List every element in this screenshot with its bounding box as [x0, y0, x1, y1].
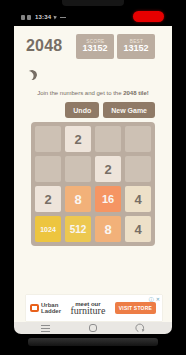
board[interactable]: 2228164102451284	[31, 122, 155, 246]
ad-brand-name: Urban Ladder	[41, 302, 61, 315]
empty-cell	[65, 156, 91, 182]
status-bar: 13:34	[14, 8, 172, 26]
score-panel: SCORE 13152 BEST 13152	[76, 34, 155, 59]
score-label: SCORE	[86, 39, 104, 44]
ad-headline: meet our furniture	[61, 301, 115, 316]
score-box: SCORE 13152	[76, 34, 114, 59]
new-game-button[interactable]: New Game	[103, 102, 155, 118]
screen-record-pill[interactable]	[133, 11, 164, 22]
location-icon	[54, 15, 58, 20]
ad-cta-button[interactable]: VISIT STORE	[115, 302, 156, 314]
back-icon[interactable]	[135, 323, 145, 333]
app-2048: 2048 SCORE 13152 BEST 13152 Join the num…	[14, 26, 172, 322]
subtitle-text: Join the numbers and get to the	[37, 90, 123, 96]
tile-512: 512	[65, 216, 91, 242]
notification-icon	[21, 15, 25, 20]
home-icon[interactable]	[89, 324, 97, 332]
ad-headline-large: furniture	[61, 306, 115, 316]
best-label: BEST	[129, 39, 143, 44]
tile-2: 2	[65, 126, 91, 152]
ad-banner[interactable]: Urban Ladder meet our furniture VISIT ST…	[26, 295, 162, 321]
ad-brand-line2: Ladder	[41, 308, 61, 314]
moon-icon	[26, 69, 39, 82]
recents-menu-icon[interactable]	[41, 328, 50, 329]
empty-cell	[35, 126, 61, 152]
empty-cell	[125, 126, 151, 152]
phone-bottom-edge	[28, 338, 158, 346]
tile-16: 16	[95, 186, 121, 212]
score-value: 13152	[82, 44, 107, 53]
tile-2: 2	[35, 186, 61, 212]
tile-1024: 1024	[35, 216, 61, 242]
game-controls: Undo New Game	[65, 102, 155, 118]
phone-frame: 13:34 2048 SCORE 13152 BEST 13152	[0, 0, 186, 355]
tile-2: 2	[95, 156, 121, 182]
tile-8: 8	[95, 216, 121, 242]
best-box: BEST 13152	[117, 34, 155, 59]
empty-cell	[125, 156, 151, 182]
tile-4: 4	[125, 186, 151, 212]
undo-button[interactable]: Undo	[65, 102, 99, 118]
empty-cell	[35, 156, 61, 182]
tile-8: 8	[65, 186, 91, 212]
notification-icon	[27, 15, 31, 20]
ad-close-icon[interactable]: ✕	[156, 296, 160, 302]
ad-info-icon[interactable]: ⓘ	[149, 296, 154, 302]
ad-choices: ⓘ ✕	[149, 296, 160, 302]
game-header: 2048 SCORE 13152 BEST 13152	[26, 33, 155, 59]
android-nav-bar	[14, 322, 172, 334]
dnd-icon	[60, 17, 66, 18]
game-subtitle: Join the numbers and get to the 2048 til…	[14, 90, 172, 96]
best-value: 13152	[123, 44, 148, 53]
phone-top-edge	[62, 0, 124, 6]
screen: 13:34 2048 SCORE 13152 BEST 13152	[14, 8, 172, 334]
empty-cell	[95, 126, 121, 152]
urban-ladder-logo-icon	[30, 304, 39, 312]
theme-toggle[interactable]	[27, 70, 37, 80]
subtitle-bold-text: 2048 tile!	[123, 90, 149, 96]
ad-brand: Urban Ladder	[30, 302, 61, 315]
status-time: 13:34	[35, 14, 51, 20]
game-title: 2048	[26, 37, 62, 55]
tile-4: 4	[125, 216, 151, 242]
